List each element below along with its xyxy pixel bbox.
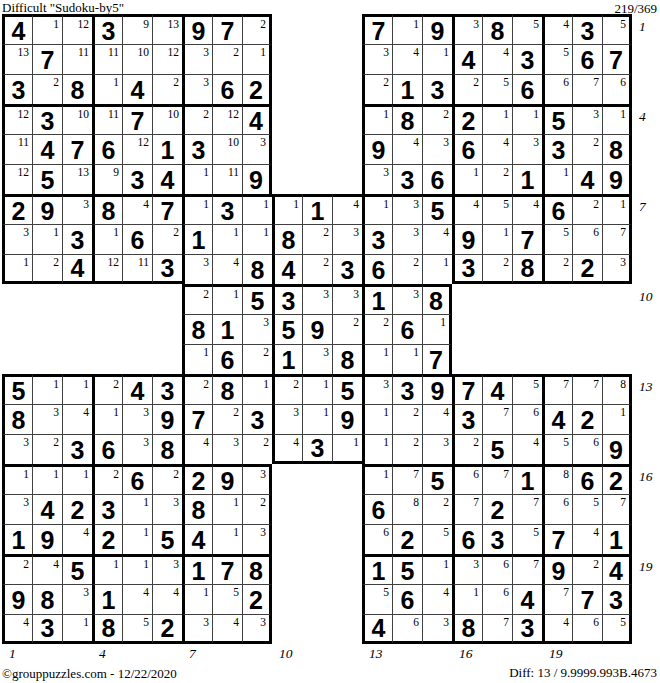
sudoku-cell[interactable]: 2 (452, 74, 482, 104)
sudoku-cell[interactable]: 10 (62, 104, 92, 134)
sudoku-cell[interactable]: 1 (182, 224, 212, 254)
sudoku-cell[interactable]: 4 (62, 404, 92, 434)
sudoku-cell[interactable]: 1 (362, 404, 392, 434)
sudoku-cell[interactable]: 8 (62, 74, 92, 104)
sudoku-cell[interactable]: 2 (572, 194, 602, 224)
sudoku-cell[interactable]: 8 (602, 374, 632, 404)
sudoku-cell[interactable]: 5 (2, 374, 32, 404)
sudoku-cell[interactable]: 6 (362, 254, 392, 284)
sudoku-cell[interactable]: 5 (422, 524, 452, 554)
sudoku-cell[interactable]: 8 (392, 494, 422, 524)
sudoku-cell[interactable]: 6 (512, 74, 542, 104)
sudoku-cell[interactable]: 7 (602, 44, 632, 74)
sudoku-cell[interactable]: 1 (362, 104, 392, 134)
sudoku-cell[interactable]: 1 (32, 224, 62, 254)
sudoku-cell[interactable]: 3 (182, 254, 212, 284)
sudoku-cell[interactable]: 4 (62, 524, 92, 554)
sudoku-cell[interactable]: 2 (182, 374, 212, 404)
sudoku-cell[interactable]: 8 (182, 314, 212, 344)
sudoku-cell[interactable]: 4 (182, 524, 212, 554)
sudoku-cell[interactable]: 8 (92, 194, 122, 224)
sudoku-cell[interactable]: 8 (2, 404, 32, 434)
sudoku-cell[interactable]: 1 (362, 194, 392, 224)
sudoku-cell[interactable]: 3 (62, 584, 92, 614)
sudoku-cell[interactable]: 2 (452, 104, 482, 134)
sudoku-cell[interactable]: 5 (362, 584, 392, 614)
sudoku-cell[interactable]: 2 (32, 254, 62, 284)
sudoku-cell[interactable]: 11 (62, 44, 92, 74)
sudoku-cell[interactable]: 5 (422, 194, 452, 224)
sudoku-cell[interactable]: 6 (422, 164, 452, 194)
sudoku-cell[interactable]: 3 (482, 524, 512, 554)
sudoku-cell[interactable]: 2 (152, 224, 182, 254)
sudoku-cell[interactable]: 4 (122, 194, 152, 224)
sudoku-cell[interactable]: 6 (92, 134, 122, 164)
sudoku-cell[interactable]: 1 (602, 194, 632, 224)
sudoku-cell[interactable]: 5 (272, 314, 302, 344)
sudoku-cell[interactable]: 4 (152, 164, 182, 194)
sudoku-cell[interactable]: 8 (212, 374, 242, 404)
sudoku-cell[interactable]: 1 (362, 464, 392, 494)
sudoku-cell[interactable]: 1 (122, 554, 152, 584)
sudoku-cell[interactable]: 6 (212, 74, 242, 104)
sudoku-cell[interactable]: 6 (482, 584, 512, 614)
sudoku-cell[interactable]: 1 (272, 194, 302, 224)
sudoku-cell[interactable]: 7 (212, 14, 242, 44)
sudoku-cell[interactable]: 5 (602, 14, 632, 44)
sudoku-cell[interactable]: 5 (392, 554, 422, 584)
sudoku-cell[interactable]: 1 (422, 314, 452, 344)
sudoku-cell[interactable]: 7 (542, 524, 572, 554)
sudoku-cell[interactable]: 2 (92, 374, 122, 404)
sudoku-cell[interactable]: 5 (422, 464, 452, 494)
sudoku-cell[interactable]: 1 (212, 494, 242, 524)
sudoku-cell[interactable]: 5 (512, 14, 542, 44)
sudoku-cell[interactable]: 1 (92, 584, 122, 614)
sudoku-cell[interactable]: 3 (392, 164, 422, 194)
sudoku-cell[interactable]: 7 (122, 104, 152, 134)
sudoku-cell[interactable]: 2 (452, 434, 482, 464)
sudoku-cell[interactable]: 2 (392, 434, 422, 464)
sudoku-cell[interactable]: 1 (32, 14, 62, 44)
sudoku-cell[interactable]: 2 (572, 554, 602, 584)
sudoku-cell[interactable]: 7 (602, 494, 632, 524)
sudoku-cell[interactable]: 3 (242, 524, 272, 554)
sudoku-cell[interactable]: 8 (92, 614, 122, 644)
sudoku-cell[interactable]: 1 (92, 554, 122, 584)
sudoku-cell[interactable]: 9 (92, 164, 122, 194)
sudoku-cell[interactable]: 4 (272, 434, 302, 464)
sudoku-cell[interactable]: 1 (302, 374, 332, 404)
sudoku-cell[interactable]: 7 (212, 554, 242, 584)
sudoku-cell[interactable]: 2 (182, 284, 212, 314)
sudoku-cell[interactable]: 4 (32, 494, 62, 524)
sudoku-cell[interactable]: 6 (92, 434, 122, 464)
sudoku-cell[interactable]: 2 (392, 404, 422, 434)
sudoku-cell[interactable]: 11 (92, 44, 122, 74)
sudoku-cell[interactable]: 7 (62, 134, 92, 164)
sudoku-cell[interactable]: 3 (392, 194, 422, 224)
sudoku-cell[interactable]: 9 (602, 164, 632, 194)
sudoku-cell[interactable]: 1 (452, 164, 482, 194)
sudoku-cell[interactable]: 2 (2, 554, 32, 584)
sudoku-cell[interactable]: 13 (2, 44, 32, 74)
sudoku-cell[interactable]: 4 (362, 614, 392, 644)
sudoku-cell[interactable]: 9 (152, 404, 182, 434)
sudoku-cell[interactable]: 3 (452, 14, 482, 44)
sudoku-cell[interactable]: 1 (422, 254, 452, 284)
sudoku-cell[interactable]: 13 (62, 164, 92, 194)
sudoku-cell[interactable]: 6 (572, 224, 602, 254)
sudoku-cell[interactable]: 3 (182, 74, 212, 104)
sudoku-cell[interactable]: 9 (32, 524, 62, 554)
sudoku-cell[interactable]: 4 (422, 404, 452, 434)
sudoku-cell[interactable]: 2 (212, 404, 242, 434)
sudoku-cell[interactable]: 6 (542, 194, 572, 224)
sudoku-cell[interactable]: 4 (512, 584, 542, 614)
sudoku-cell[interactable]: 1 (512, 104, 542, 134)
sudoku-cell[interactable]: 7 (572, 584, 602, 614)
sudoku-cell[interactable]: 9 (122, 14, 152, 44)
sudoku-cell[interactable]: 5 (542, 44, 572, 74)
sudoku-cell[interactable]: 2 (422, 494, 452, 524)
sudoku-cell[interactable]: 11 (212, 164, 242, 194)
sudoku-cell[interactable]: 6 (512, 404, 542, 434)
sudoku-cell[interactable]: 4 (452, 44, 482, 74)
sudoku-cell[interactable]: 3 (182, 614, 212, 644)
sudoku-cell[interactable]: 5 (62, 554, 92, 584)
sudoku-cell[interactable]: 7 (482, 464, 512, 494)
sudoku-cell[interactable]: 6 (542, 74, 572, 104)
sudoku-cell[interactable]: 8 (482, 14, 512, 44)
sudoku-cell[interactable]: 1 (392, 14, 422, 44)
sudoku-cell[interactable]: 1 (92, 404, 122, 434)
sudoku-cell[interactable]: 7 (512, 494, 542, 524)
sudoku-cell[interactable]: 6 (542, 494, 572, 524)
sudoku-cell[interactable]: 2 (32, 434, 62, 464)
sudoku-cell[interactable]: 6 (572, 44, 602, 74)
sudoku-cell[interactable]: 3 (272, 284, 302, 314)
sudoku-cell[interactable]: 11 (122, 254, 152, 284)
sudoku-cell[interactable]: 8 (512, 254, 542, 284)
sudoku-cell[interactable]: 2 (482, 164, 512, 194)
sudoku-cell[interactable]: 1 (2, 254, 32, 284)
sudoku-cell[interactable]: 7 (392, 464, 422, 494)
sudoku-cell[interactable]: 1 (242, 224, 272, 254)
sudoku-cell[interactable]: 4 (122, 584, 152, 614)
sudoku-cell[interactable]: 1 (92, 74, 122, 104)
sudoku-cell[interactable]: 4 (2, 14, 32, 44)
sudoku-cell[interactable]: 1 (392, 74, 422, 104)
sudoku-cell[interactable]: 3 (602, 584, 632, 614)
sudoku-cell[interactable]: 1 (212, 524, 242, 554)
sudoku-cell[interactable]: 3 (542, 134, 572, 164)
sudoku-cell[interactable]: 9 (602, 434, 632, 464)
sudoku-cell[interactable]: 3 (242, 614, 272, 644)
sudoku-cell[interactable]: 2 (242, 344, 272, 374)
sudoku-cell[interactable]: 1 (212, 224, 242, 254)
sudoku-cell[interactable]: 4 (572, 524, 602, 554)
sudoku-cell[interactable]: 3 (422, 134, 452, 164)
sudoku-cell[interactable]: 3 (152, 254, 182, 284)
sudoku-cell[interactable]: 3 (422, 614, 452, 644)
sudoku-cell[interactable]: 3 (452, 554, 482, 584)
sudoku-cell[interactable]: 3 (362, 224, 392, 254)
sudoku-cell[interactable]: 4 (332, 194, 362, 224)
sudoku-cell[interactable]: 2 (332, 314, 362, 344)
sudoku-cell[interactable]: 5 (512, 374, 542, 404)
sudoku-cell[interactable]: 1 (122, 524, 152, 554)
sudoku-cell[interactable]: 9 (332, 404, 362, 434)
sudoku-cell[interactable]: 8 (272, 224, 302, 254)
sudoku-cell[interactable]: 6 (362, 494, 392, 524)
sudoku-cell[interactable]: 3 (152, 494, 182, 524)
sudoku-cell[interactable]: 1 (422, 44, 452, 74)
sudoku-cell[interactable]: 5 (212, 584, 242, 614)
sudoku-cell[interactable]: 8 (602, 134, 632, 164)
sudoku-cell[interactable]: 3 (122, 404, 152, 434)
sudoku-cell[interactable]: 4 (182, 434, 212, 464)
sudoku-cell[interactable]: 4 (572, 164, 602, 194)
sudoku-cell[interactable]: 3 (32, 404, 62, 434)
sudoku-cell[interactable]: 7 (362, 14, 392, 44)
sudoku-cell[interactable]: 8 (152, 434, 182, 464)
sudoku-cell[interactable]: 4 (482, 134, 512, 164)
sudoku-cell[interactable]: 3 (2, 224, 32, 254)
sudoku-cell[interactable]: 1 (302, 404, 332, 434)
sudoku-cell[interactable]: 1 (392, 344, 422, 374)
sudoku-cell[interactable]: 4 (62, 254, 92, 284)
sudoku-cell[interactable]: 2 (302, 254, 332, 284)
sudoku-cell[interactable]: 1 (272, 344, 302, 374)
sudoku-cell[interactable]: 1 (62, 464, 92, 494)
sudoku-cell[interactable]: 3 (62, 224, 92, 254)
sudoku-cell[interactable]: 1 (362, 284, 392, 314)
sudoku-cell[interactable]: 6 (392, 584, 422, 614)
sudoku-cell[interactable]: 4 (392, 134, 422, 164)
sudoku-cell[interactable]: 3 (152, 554, 182, 584)
sudoku-cell[interactable]: 10 (152, 104, 182, 134)
sudoku-cell[interactable]: 6 (122, 464, 152, 494)
sudoku-cell[interactable]: 5 (122, 614, 152, 644)
sudoku-cell[interactable]: 1 (302, 194, 332, 224)
sudoku-cell[interactable]: 2 (242, 494, 272, 524)
sudoku-cell[interactable]: 4 (422, 224, 452, 254)
sudoku-cell[interactable]: 3 (62, 194, 92, 224)
sudoku-cell[interactable]: 1 (182, 194, 212, 224)
sudoku-cell[interactable]: 12 (92, 254, 122, 284)
sudoku-cell[interactable]: 8 (452, 614, 482, 644)
sudoku-cell[interactable]: 12 (122, 134, 152, 164)
sudoku-cell[interactable]: 6 (212, 344, 242, 374)
sudoku-cell[interactable]: 2 (572, 404, 602, 434)
sudoku-cell[interactable]: 3 (512, 134, 542, 164)
sudoku-cell[interactable]: 3 (392, 284, 422, 314)
sudoku-cell[interactable]: 6 (452, 464, 482, 494)
sudoku-cell[interactable]: 6 (602, 74, 632, 104)
sudoku-cell[interactable]: 9 (2, 584, 32, 614)
sudoku-cell[interactable]: 9 (422, 374, 452, 404)
sudoku-cell[interactable]: 3 (182, 44, 212, 74)
sudoku-cell[interactable]: 3 (332, 224, 362, 254)
sudoku-cell[interactable]: 1 (452, 584, 482, 614)
sudoku-cell[interactable]: 3 (512, 614, 542, 644)
sudoku-cell[interactable]: 3 (362, 374, 392, 404)
sudoku-cell[interactable]: 3 (572, 14, 602, 44)
sudoku-cell[interactable]: 5 (602, 614, 632, 644)
sudoku-cell[interactable]: 2 (362, 74, 392, 104)
sudoku-cell[interactable]: 12 (62, 14, 92, 44)
sudoku-cell[interactable]: 2 (242, 584, 272, 614)
sudoku-cell[interactable]: 11 (92, 104, 122, 134)
sudoku-cell[interactable]: 4 (482, 374, 512, 404)
sudoku-cell[interactable]: 3 (332, 284, 362, 314)
sudoku-cell[interactable]: 1 (2, 464, 32, 494)
sudoku-cell[interactable]: 1 (62, 614, 92, 644)
sudoku-cell[interactable]: 6 (392, 614, 422, 644)
sudoku-cell[interactable]: 3 (2, 494, 32, 524)
sudoku-cell[interactable]: 2 (392, 254, 422, 284)
sudoku-cell[interactable]: 6 (482, 554, 512, 584)
sudoku-cell[interactable]: 1 (512, 464, 542, 494)
sudoku-cell[interactable]: 1 (152, 134, 182, 164)
sudoku-cell[interactable]: 6 (572, 464, 602, 494)
sudoku-cell[interactable]: 7 (182, 404, 212, 434)
sudoku-cell[interactable]: 1 (602, 524, 632, 554)
sudoku-cell[interactable]: 2 (62, 494, 92, 524)
sudoku-cell[interactable]: 5 (332, 374, 362, 404)
sudoku-cell[interactable]: 3 (422, 74, 452, 104)
sudoku-cell[interactable]: 1 (32, 374, 62, 404)
sudoku-cell[interactable]: 3 (242, 134, 272, 164)
sudoku-cell[interactable]: 8 (542, 464, 572, 494)
sudoku-cell[interactable]: 2 (242, 14, 272, 44)
sudoku-cell[interactable]: 3 (182, 134, 212, 164)
sudoku-cell[interactable]: 9 (362, 134, 392, 164)
sudoku-cell[interactable]: 1 (482, 104, 512, 134)
sudoku-cell[interactable]: 7 (572, 74, 602, 104)
sudoku-cell[interactable]: 4 (212, 614, 242, 644)
sudoku-cell[interactable]: 3 (302, 434, 332, 464)
sudoku-cell[interactable]: 1 (242, 374, 272, 404)
sudoku-cell[interactable]: 4 (122, 374, 152, 404)
sudoku-cell[interactable]: 5 (482, 434, 512, 464)
sudoku-cell[interactable]: 1 (212, 284, 242, 314)
sudoku-cell[interactable]: 3 (62, 434, 92, 464)
sudoku-cell[interactable]: 7 (452, 374, 482, 404)
sudoku-cell[interactable]: 3 (452, 254, 482, 284)
sudoku-cell[interactable]: 6 (392, 314, 422, 344)
sudoku-cell[interactable]: 9 (242, 164, 272, 194)
sudoku-cell[interactable]: 3 (512, 44, 542, 74)
sudoku-cell[interactable]: 4 (152, 584, 182, 614)
sudoku-cell[interactable]: 4 (512, 434, 542, 464)
sudoku-cell[interactable]: 2 (242, 74, 272, 104)
sudoku-cell[interactable]: 4 (422, 584, 452, 614)
sudoku-cell[interactable]: 3 (332, 254, 362, 284)
sudoku-cell[interactable]: 2 (482, 494, 512, 524)
sudoku-cell[interactable]: 2 (572, 254, 602, 284)
sudoku-cell[interactable]: 6 (452, 524, 482, 554)
sudoku-cell[interactable]: 3 (392, 224, 422, 254)
sudoku-cell[interactable]: 7 (482, 614, 512, 644)
sudoku-cell[interactable]: 8 (242, 554, 272, 584)
sudoku-cell[interactable]: 2 (482, 254, 512, 284)
sudoku-cell[interactable]: 4 (542, 614, 572, 644)
sudoku-cell[interactable]: 10 (122, 44, 152, 74)
sudoku-cell[interactable]: 4 (212, 254, 242, 284)
sudoku-cell[interactable]: 12 (2, 104, 32, 134)
sudoku-cell[interactable]: 4 (512, 194, 542, 224)
sudoku-cell[interactable]: 7 (512, 554, 542, 584)
sudoku-cell[interactable]: 7 (32, 44, 62, 74)
sudoku-cell[interactable]: 4 (392, 44, 422, 74)
sudoku-cell[interactable]: 2 (272, 374, 302, 404)
sudoku-cell[interactable]: 8 (32, 584, 62, 614)
sudoku-cell[interactable]: 9 (182, 14, 212, 44)
sudoku-cell[interactable]: 1 (362, 344, 392, 374)
sudoku-cell[interactable]: 6 (362, 524, 392, 554)
sudoku-cell[interactable]: 2 (152, 74, 182, 104)
sudoku-cell[interactable]: 2 (572, 134, 602, 164)
sudoku-cell[interactable]: 2 (302, 224, 332, 254)
sudoku-cell[interactable]: 1 (2, 524, 32, 554)
sudoku-cell[interactable]: 1 (542, 164, 572, 194)
sudoku-cell[interactable]: 3 (302, 344, 332, 374)
sudoku-cell[interactable]: 1 (512, 164, 542, 194)
sudoku-cell[interactable]: 2 (92, 464, 122, 494)
sudoku-cell[interactable]: 7 (422, 344, 452, 374)
sudoku-cell[interactable]: 1 (242, 194, 272, 224)
sudoku-cell[interactable]: 1 (92, 224, 122, 254)
sudoku-cell[interactable]: 3 (212, 434, 242, 464)
sudoku-cell[interactable]: 3 (122, 434, 152, 464)
sudoku-cell[interactable]: 3 (362, 164, 392, 194)
sudoku-cell[interactable]: 4 (452, 194, 482, 224)
sudoku-cell[interactable]: 3 (422, 434, 452, 464)
sudoku-cell[interactable]: 12 (152, 44, 182, 74)
sudoku-cell[interactable]: 5 (542, 224, 572, 254)
sudoku-cell[interactable]: 2 (422, 104, 452, 134)
sudoku-cell[interactable]: 1 (32, 464, 62, 494)
sudoku-cell[interactable]: 2 (152, 464, 182, 494)
sudoku-cell[interactable]: 4 (32, 134, 62, 164)
sudoku-cell[interactable]: 3 (242, 464, 272, 494)
sudoku-cell[interactable]: 5 (512, 524, 542, 554)
sudoku-cell[interactable]: 12 (212, 104, 242, 134)
sudoku-cell[interactable]: 7 (602, 224, 632, 254)
sudoku-cell[interactable]: 3 (392, 374, 422, 404)
sudoku-cell[interactable]: 9 (32, 194, 62, 224)
sudoku-cell[interactable]: 10 (212, 134, 242, 164)
sudoku-cell[interactable]: 1 (602, 404, 632, 434)
sudoku-cell[interactable]: 3 (362, 44, 392, 74)
sudoku-cell[interactable]: 8 (422, 284, 452, 314)
sudoku-cell[interactable]: 1 (182, 584, 212, 614)
sudoku-cell[interactable]: 4 (602, 554, 632, 584)
sudoku-cell[interactable]: 9 (542, 554, 572, 584)
sudoku-cell[interactable]: 2 (602, 464, 632, 494)
sudoku-cell[interactable]: 1 (212, 314, 242, 344)
sudoku-cell[interactable]: 4 (2, 614, 32, 644)
sudoku-cell[interactable]: 5 (482, 74, 512, 104)
sudoku-cell[interactable]: 2 (392, 524, 422, 554)
sudoku-cell[interactable]: 3 (242, 404, 272, 434)
sudoku-cell[interactable]: 2 (152, 614, 182, 644)
sudoku-cell[interactable]: 4 (482, 44, 512, 74)
sudoku-cell[interactable]: 7 (452, 494, 482, 524)
sudoku-cell[interactable]: 3 (32, 614, 62, 644)
